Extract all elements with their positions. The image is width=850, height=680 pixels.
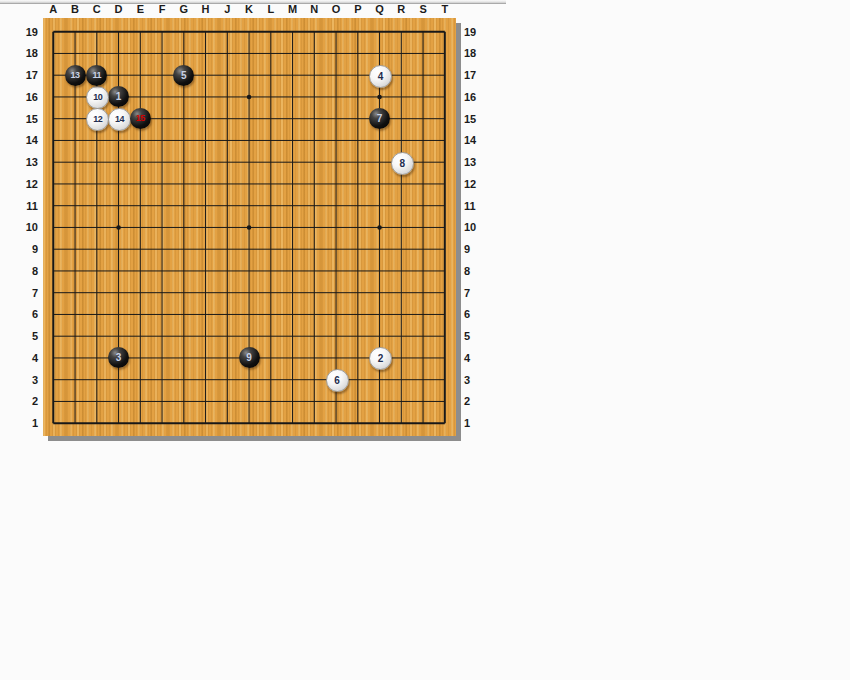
row-label-right-16: 16: [464, 90, 490, 104]
stone-white-move-4-Q17: 4: [369, 65, 392, 88]
column-label-N: N: [304, 2, 324, 16]
row-label-left-11: 11: [12, 199, 38, 213]
stone-black-move-9-K4: 9: [239, 347, 260, 368]
column-label-O: O: [326, 2, 346, 16]
column-label-Q: Q: [370, 2, 390, 16]
star-point-K16: [247, 95, 252, 100]
row-label-left-5: 5: [12, 329, 38, 343]
row-label-left-15: 15: [12, 112, 38, 126]
row-label-left-6: 6: [12, 307, 38, 321]
column-label-L: L: [261, 2, 281, 16]
row-label-left-17: 17: [12, 68, 38, 82]
row-label-left-18: 18: [12, 46, 38, 60]
row-label-right-15: 15: [464, 112, 490, 126]
star-point-Q10: [377, 225, 382, 230]
row-label-right-2: 2: [464, 394, 490, 408]
column-label-D: D: [109, 2, 129, 16]
row-label-right-4: 4: [464, 351, 490, 365]
star-point-D10: [116, 225, 121, 230]
row-label-right-8: 8: [464, 264, 490, 278]
row-label-left-2: 2: [12, 394, 38, 408]
column-label-H: H: [196, 2, 216, 16]
row-label-right-9: 9: [464, 242, 490, 256]
column-label-P: P: [348, 2, 368, 16]
row-label-right-3: 3: [464, 373, 490, 387]
row-label-left-9: 9: [12, 242, 38, 256]
row-label-right-7: 7: [464, 286, 490, 300]
row-label-right-6: 6: [464, 307, 490, 321]
row-label-right-1: 1: [464, 416, 490, 430]
row-label-left-16: 16: [12, 90, 38, 104]
row-label-left-4: 4: [12, 351, 38, 365]
row-label-left-10: 10: [12, 220, 38, 234]
stone-white-move-6-O3: 6: [326, 369, 349, 392]
column-label-T: T: [435, 2, 455, 16]
row-label-right-5: 5: [464, 329, 490, 343]
stone-black-move-15-E15: 15: [130, 108, 151, 129]
stone-black-move-5-G17: 5: [173, 65, 194, 86]
column-label-K: K: [239, 2, 259, 16]
row-label-right-12: 12: [464, 177, 490, 191]
column-label-E: E: [130, 2, 150, 16]
column-label-A: A: [43, 2, 63, 16]
row-label-right-13: 13: [464, 155, 490, 169]
stone-black-move-11-C17: 11: [86, 65, 107, 86]
column-label-J: J: [217, 2, 237, 16]
row-label-right-17: 17: [464, 68, 490, 82]
row-label-right-10: 10: [464, 220, 490, 234]
column-label-B: B: [65, 2, 85, 16]
row-label-right-11: 11: [464, 199, 490, 213]
column-label-G: G: [174, 2, 194, 16]
star-point-K10: [247, 225, 252, 230]
column-label-F: F: [152, 2, 172, 16]
row-label-left-12: 12: [12, 177, 38, 191]
stone-black-move-13-B17: 13: [65, 65, 86, 86]
row-label-left-3: 3: [12, 373, 38, 387]
row-label-right-18: 18: [464, 46, 490, 60]
row-label-left-7: 7: [12, 286, 38, 300]
row-label-left-14: 14: [12, 133, 38, 147]
column-label-S: S: [413, 2, 433, 16]
star-point-Q16: [377, 95, 382, 100]
column-label-R: R: [391, 2, 411, 16]
row-label-left-19: 19: [12, 25, 38, 39]
row-label-left-1: 1: [12, 416, 38, 430]
row-label-right-14: 14: [464, 133, 490, 147]
row-label-right-19: 19: [464, 25, 490, 39]
row-label-left-8: 8: [12, 264, 38, 278]
column-label-C: C: [87, 2, 107, 16]
row-label-left-13: 13: [12, 155, 38, 169]
go-board[interactable]: 123456789101112131415: [43, 18, 456, 436]
stone-white-move-8-R13: 8: [391, 152, 414, 175]
column-label-M: M: [283, 2, 303, 16]
